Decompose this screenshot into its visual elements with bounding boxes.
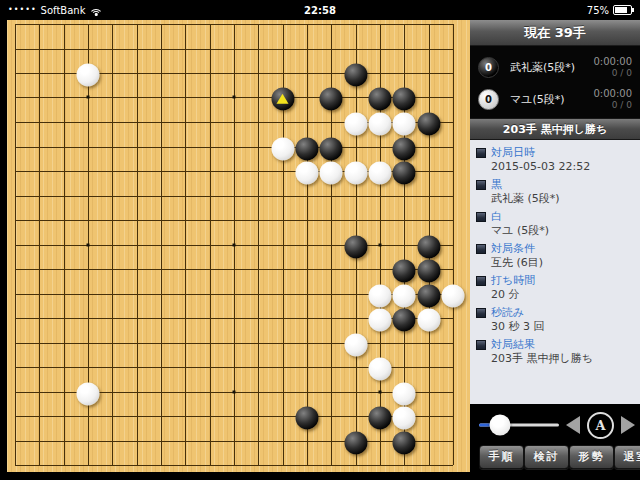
black-byoyomi-periods: 0 / 0 xyxy=(593,68,632,78)
controls-panel: A 手順検討形勢退室 xyxy=(470,404,640,480)
info-label: 打ち時間 xyxy=(476,274,634,288)
white-clock: 0:00:00 xyxy=(593,88,632,100)
grid-line-vertical xyxy=(453,24,454,465)
grid-line-horizontal xyxy=(15,465,453,466)
info-item: 対局条件互先 (6目) xyxy=(476,242,634,270)
square-bullet-icon xyxy=(476,148,486,158)
white-stone xyxy=(369,161,392,184)
info-label: 対局結果 xyxy=(476,338,634,352)
info-label: 対局条件 xyxy=(476,242,634,256)
black-player-name: 武礼薬(5段*) xyxy=(510,60,593,75)
info-value: 30 秒 3 回 xyxy=(476,320,634,334)
sequence-button[interactable]: 手順 xyxy=(479,445,524,469)
info-value: 2015-05-03 22:52 xyxy=(476,160,634,174)
info-label: 秒読み xyxy=(476,306,634,320)
black-clock: 0:00:00 xyxy=(593,56,632,68)
star-point xyxy=(233,96,236,99)
white-stone xyxy=(393,284,416,307)
black-stone xyxy=(320,88,343,111)
black-stone xyxy=(417,284,440,307)
sidebar: 現在 39手 0 武礼薬(5段*) 0:00:00 0 / 0 0 マユ(5段*… xyxy=(470,20,640,480)
white-captures-badge: 0 xyxy=(478,89,499,110)
black-stone xyxy=(393,137,416,160)
star-point xyxy=(379,390,382,393)
white-stone xyxy=(369,112,392,135)
black-stone xyxy=(369,88,392,111)
square-bullet-icon xyxy=(476,180,486,190)
square-bullet-icon xyxy=(476,276,486,286)
black-stone xyxy=(393,308,416,331)
black-stone xyxy=(417,112,440,135)
star-point xyxy=(233,243,236,246)
slider-thumb[interactable] xyxy=(489,415,510,436)
black-captures-badge: 0 xyxy=(478,57,499,78)
go-grid xyxy=(15,24,453,465)
info-value: 武礼薬 (5段*) xyxy=(476,192,634,206)
grid-line-horizontal xyxy=(15,343,453,344)
white-stone xyxy=(442,284,465,307)
next-move-button[interactable] xyxy=(621,416,635,434)
white-stone xyxy=(369,357,392,380)
white-stone xyxy=(320,161,343,184)
grid-line-horizontal xyxy=(15,441,453,442)
star-point xyxy=(86,243,89,246)
square-bullet-icon xyxy=(476,308,486,318)
info-item: 秒読み30 秒 3 回 xyxy=(476,306,634,334)
black-stone xyxy=(393,431,416,454)
game-info-list: 対局日時2015-05-03 22:52黒武礼薬 (5段*)白マユ (5段*)対… xyxy=(470,140,640,404)
black-stone xyxy=(417,235,440,258)
move-counter-header: 現在 39手 xyxy=(470,20,640,46)
info-label: 黒 xyxy=(476,178,634,192)
white-stone xyxy=(344,333,367,356)
info-label: 対局日時 xyxy=(476,146,634,160)
black-stone xyxy=(393,88,416,111)
star-point xyxy=(379,243,382,246)
battery-icon xyxy=(613,5,632,15)
goban[interactable] xyxy=(7,20,470,472)
white-stone xyxy=(393,406,416,429)
square-bullet-icon xyxy=(476,212,486,222)
square-bullet-icon xyxy=(476,244,486,254)
info-item: 打ち時間20 分 xyxy=(476,274,634,302)
white-stone xyxy=(393,382,416,405)
grid-line-vertical xyxy=(258,24,259,465)
black-stone xyxy=(344,63,367,86)
clock-label: 22:58 xyxy=(0,5,640,16)
info-value: 20 分 xyxy=(476,288,634,302)
black-stone xyxy=(344,235,367,258)
info-value: 互先 (6目) xyxy=(476,256,634,270)
white-stone xyxy=(369,308,392,331)
info-item: 黒武礼薬 (5段*) xyxy=(476,178,634,206)
info-label: 白 xyxy=(476,210,634,224)
info-value: 203手 黒中押し勝ち xyxy=(476,352,634,366)
black-stone xyxy=(295,406,318,429)
white-stone xyxy=(417,308,440,331)
auto-play-button[interactable]: A xyxy=(587,412,614,439)
white-stone xyxy=(344,112,367,135)
black-stone xyxy=(271,88,294,111)
white-stone xyxy=(295,161,318,184)
info-item: 対局日時2015-05-03 22:52 xyxy=(476,146,634,174)
review-button[interactable]: 検討 xyxy=(524,445,569,469)
board-area xyxy=(0,20,470,480)
info-item: 白マユ (5段*) xyxy=(476,210,634,238)
status-bar: ••••• SoftBank 22:58 75% xyxy=(0,0,640,20)
move-slider[interactable] xyxy=(479,413,559,437)
info-item: 対局結果203手 黒中押し勝ち xyxy=(476,338,634,366)
white-stone xyxy=(76,382,99,405)
player-row-black: 0 武礼薬(5段*) 0:00:00 0 / 0 xyxy=(478,51,632,83)
grid-line-vertical xyxy=(307,24,308,465)
black-stone xyxy=(320,137,343,160)
control-buttons: 手順検討形勢退室 xyxy=(479,445,631,469)
player-row-white: 0 マユ(5段*) 0:00:00 0 / 0 xyxy=(478,83,632,115)
exit-button[interactable]: 退室 xyxy=(614,445,640,469)
white-stone xyxy=(369,284,392,307)
prev-move-button[interactable] xyxy=(566,416,580,434)
black-stone xyxy=(417,259,440,282)
black-stone xyxy=(344,431,367,454)
player-list: 0 武礼薬(5段*) 0:00:00 0 / 0 0 マユ(5段*) 0:00:… xyxy=(470,46,640,118)
black-stone xyxy=(295,137,318,160)
star-point xyxy=(86,96,89,99)
last-move-triangle-marker xyxy=(277,94,289,104)
star-point xyxy=(233,390,236,393)
white-stone xyxy=(76,63,99,86)
black-stone xyxy=(369,406,392,429)
white-byoyomi-periods: 0 / 0 xyxy=(593,100,632,110)
info-value: マユ (5段*) xyxy=(476,224,634,238)
white-player-name: マユ(5段*) xyxy=(510,92,593,107)
grid-line-horizontal xyxy=(15,269,453,270)
white-stone xyxy=(271,137,294,160)
black-stone xyxy=(393,161,416,184)
position-eval-button[interactable]: 形勢 xyxy=(569,445,614,469)
white-stone xyxy=(344,161,367,184)
black-stone xyxy=(393,259,416,282)
square-bullet-icon xyxy=(476,340,486,350)
white-stone xyxy=(393,112,416,135)
result-banner: 203手 黒中押し勝ち xyxy=(470,118,640,140)
